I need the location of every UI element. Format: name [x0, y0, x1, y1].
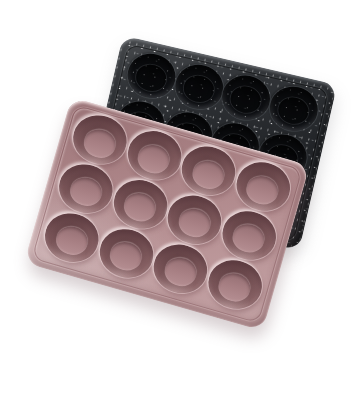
muffin-cup — [265, 82, 322, 136]
muffin-cup — [67, 109, 132, 170]
muffin-cup-bottom — [121, 190, 160, 226]
muffin-cup-bottom — [107, 239, 146, 275]
muffin-cup — [218, 71, 275, 125]
muffin-cup-bottom — [276, 95, 311, 127]
muffin-cup — [230, 156, 295, 217]
muffin-cup — [176, 141, 241, 202]
muffin-cup-bottom — [161, 254, 200, 290]
muffin-cup-bottom — [229, 221, 268, 257]
product-photo-stage — [0, 0, 361, 400]
muffin-cup — [40, 207, 105, 268]
muffin-cup — [54, 158, 119, 219]
muffin-cup-bottom — [80, 126, 119, 162]
muffin-cup-bottom — [134, 62, 169, 94]
muffin-cup-bottom — [52, 223, 91, 259]
muffin-cup — [94, 222, 159, 283]
muffin-cup — [122, 125, 187, 186]
muffin-cup — [124, 49, 181, 103]
muffin-cup — [171, 60, 228, 114]
muffin-cup — [202, 254, 267, 315]
muffin-cup-bottom — [243, 172, 282, 208]
muffin-cup-bottom — [66, 174, 105, 210]
muffin-cup — [162, 189, 227, 250]
muffin-cup-bottom — [175, 205, 214, 241]
muffin-cup — [148, 238, 213, 299]
muffin-cup-bottom — [135, 141, 174, 177]
muffin-cup — [216, 205, 281, 266]
muffin-cup-bottom — [189, 157, 228, 193]
muffin-cup-bottom — [181, 73, 216, 105]
muffin-cup — [108, 174, 173, 235]
muffin-cup-bottom — [229, 84, 264, 116]
muffin-cup-bottom — [215, 270, 254, 306]
